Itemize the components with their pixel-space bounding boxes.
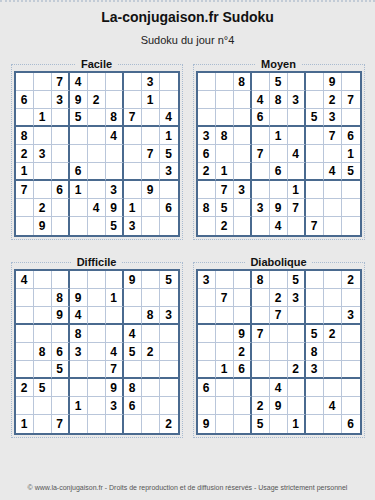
cell-diabolique-r2c6: 3	[288, 289, 306, 307]
cell-facile-r2c7	[124, 91, 142, 109]
cell-facile-r3c8	[142, 109, 160, 127]
cell-facile-r5c4	[70, 145, 88, 163]
cell-diabolique-r9c7	[306, 415, 324, 433]
cell-difficile-r8c4: 1	[70, 397, 88, 415]
cell-diabolique-r8c8: 4	[324, 397, 342, 415]
cell-facile-r3c4: 5	[70, 109, 88, 127]
cell-facile-r5c9: 5	[160, 145, 178, 163]
cell-facile-r4c2	[34, 127, 52, 145]
cell-moyen-r3c5	[270, 109, 288, 127]
cell-moyen-r2c4: 4	[252, 91, 270, 109]
cell-diabolique-r2c2: 7	[216, 289, 234, 307]
cell-diabolique-r7c7	[306, 379, 324, 397]
page-subtitle: Sudoku du jour n°4	[0, 34, 375, 46]
cell-diabolique-r9c9: 6	[342, 415, 360, 433]
cell-facile-r2c4: 9	[70, 91, 88, 109]
cell-difficile-r9c6	[106, 415, 124, 433]
cell-moyen-r3c8: 3	[324, 109, 342, 127]
cell-moyen-r6c4	[252, 163, 270, 181]
cell-difficile-r6c7	[124, 361, 142, 379]
cell-difficile-r6c5	[88, 361, 106, 379]
cell-diabolique-r5c8	[324, 343, 342, 361]
cell-difficile-r9c7	[124, 415, 142, 433]
cell-facile-r5c7	[124, 145, 142, 163]
cell-diabolique-r8c1	[198, 397, 216, 415]
cell-diabolique-r5c4	[252, 343, 270, 361]
cell-difficile-r9c3: 7	[52, 415, 70, 433]
cell-difficile-r1c6	[106, 271, 124, 289]
cell-diabolique-r1c9: 2	[342, 271, 360, 289]
cell-diabolique-r2c9	[342, 289, 360, 307]
cell-diabolique-r1c1: 3	[198, 271, 216, 289]
cell-diabolique-r7c3	[234, 379, 252, 397]
cell-diabolique-r9c6: 1	[288, 415, 306, 433]
cell-facile-r4c3	[52, 127, 70, 145]
cell-facile-r9c2: 9	[34, 217, 52, 235]
cell-moyen-r1c3: 8	[234, 73, 252, 91]
cell-difficile-r6c1	[16, 361, 34, 379]
cell-facile-r8c4	[70, 199, 88, 217]
cell-diabolique-r4c3: 9	[234, 325, 252, 343]
cell-facile-r1c6	[106, 73, 124, 91]
cell-difficile-r5c8: 2	[142, 343, 160, 361]
cell-diabolique-r1c3	[234, 271, 252, 289]
cell-moyen-r8c8	[324, 199, 342, 217]
cell-moyen-r5c9: 1	[342, 145, 360, 163]
cell-difficile-r4c5	[88, 325, 106, 343]
cell-diabolique-r7c9	[342, 379, 360, 397]
cell-difficile-r7c4	[70, 379, 88, 397]
cell-diabolique-r7c6	[288, 379, 306, 397]
cell-difficile-r6c2	[34, 361, 52, 379]
cell-diabolique-r6c4	[252, 361, 270, 379]
sudoku-block-moyen: Moyen 8594832765338176674121645731853972…	[193, 58, 365, 240]
cell-moyen-r6c9: 5	[342, 163, 360, 181]
cell-difficile-r8c6: 3	[106, 397, 124, 415]
cell-facile-r5c8: 7	[142, 145, 160, 163]
cell-difficile-r7c1: 2	[16, 379, 34, 397]
cell-moyen-r6c1: 2	[198, 163, 216, 181]
cell-facile-r6c2	[34, 163, 52, 181]
grid-title-moyen: Moyen	[256, 58, 301, 70]
cell-difficile-r8c3	[52, 397, 70, 415]
cell-difficile-r2c4: 9	[70, 289, 88, 307]
cell-moyen-r1c7	[306, 73, 324, 91]
cell-moyen-r9c1	[198, 217, 216, 235]
cell-difficile-r2c8	[142, 289, 160, 307]
cell-moyen-r7c5	[270, 181, 288, 199]
cell-difficile-r1c3	[52, 271, 70, 289]
cell-moyen-r3c6	[288, 109, 306, 127]
cell-diabolique-r2c3	[234, 289, 252, 307]
cell-diabolique-r7c5: 4	[270, 379, 288, 397]
cell-difficile-r3c9: 3	[160, 307, 178, 325]
cell-diabolique-r1c6: 5	[288, 271, 306, 289]
cell-facile-r5c6	[106, 145, 124, 163]
sudoku-board-difficile: 495891948384863452572598136172	[14, 269, 180, 435]
cell-difficile-r9c2	[34, 415, 52, 433]
cell-moyen-r3c1	[198, 109, 216, 127]
cell-diabolique-r5c5	[270, 343, 288, 361]
cell-facile-r3c1	[16, 109, 34, 127]
cell-moyen-r7c4	[252, 181, 270, 199]
cell-facile-r4c4	[70, 127, 88, 145]
cell-diabolique-r9c4: 5	[252, 415, 270, 433]
cell-moyen-r2c2	[216, 91, 234, 109]
cell-facile-r7c3: 6	[52, 181, 70, 199]
cell-diabolique-r4c9	[342, 325, 360, 343]
cell-moyen-r4c3	[234, 127, 252, 145]
cell-facile-r4c8	[142, 127, 160, 145]
cell-diabolique-r1c5	[270, 271, 288, 289]
cell-diabolique-r6c1	[198, 361, 216, 379]
cell-difficile-r5c1	[16, 343, 34, 361]
cell-diabolique-r1c4: 8	[252, 271, 270, 289]
cell-moyen-r1c2	[216, 73, 234, 91]
cell-moyen-r3c9	[342, 109, 360, 127]
cell-difficile-r3c7	[124, 307, 142, 325]
cell-moyen-r9c6	[288, 217, 306, 235]
cell-moyen-r4c5: 1	[270, 127, 288, 145]
cell-moyen-r9c5: 4	[270, 217, 288, 235]
cell-diabolique-r8c2	[216, 397, 234, 415]
cell-difficile-r4c7: 4	[124, 325, 142, 343]
cell-diabolique-r3c9: 3	[342, 307, 360, 325]
grid-title-diabolique: Diabolique	[245, 256, 311, 268]
cell-facile-r2c8: 1	[142, 91, 160, 109]
cell-difficile-r2c9	[160, 289, 178, 307]
cell-diabolique-r9c3	[234, 415, 252, 433]
cell-moyen-r2c3	[234, 91, 252, 109]
cell-facile-r3c7: 7	[124, 109, 142, 127]
cell-difficile-r6c3: 5	[52, 361, 70, 379]
cell-moyen-r2c1	[198, 91, 216, 109]
cell-diabolique-r8c5: 9	[270, 397, 288, 415]
cell-moyen-r6c2: 1	[216, 163, 234, 181]
cell-facile-r2c9	[160, 91, 178, 109]
cell-moyen-r7c3: 3	[234, 181, 252, 199]
cell-facile-r1c2	[34, 73, 52, 91]
cell-facile-r9c1	[16, 217, 34, 235]
cell-facile-r4c7	[124, 127, 142, 145]
cell-diabolique-r4c8: 2	[324, 325, 342, 343]
cell-diabolique-r3c2	[216, 307, 234, 325]
cell-diabolique-r9c5	[270, 415, 288, 433]
cell-diabolique-r5c9	[342, 343, 360, 361]
cell-diabolique-r2c7	[306, 289, 324, 307]
cell-diabolique-r6c5	[270, 361, 288, 379]
cell-moyen-r7c8	[324, 181, 342, 199]
cell-moyen-r6c6	[288, 163, 306, 181]
cell-difficile-r3c3: 9	[52, 307, 70, 325]
cell-difficile-r7c9	[160, 379, 178, 397]
cell-difficile-r4c8	[142, 325, 160, 343]
cell-diabolique-r3c8	[324, 307, 342, 325]
cell-difficile-r3c2	[34, 307, 52, 325]
cell-difficile-r7c3	[52, 379, 70, 397]
cell-moyen-r4c2: 8	[216, 127, 234, 145]
cell-moyen-r5c1: 6	[198, 145, 216, 163]
cell-facile-r6c5	[88, 163, 106, 181]
cell-difficile-r6c4	[70, 361, 88, 379]
cell-diabolique-r8c6	[288, 397, 306, 415]
cell-moyen-r8c9	[342, 199, 360, 217]
cell-difficile-r5c5	[88, 343, 106, 361]
cell-diabolique-r5c3: 2	[234, 343, 252, 361]
cell-facile-r7c5	[88, 181, 106, 199]
cell-diabolique-r7c8	[324, 379, 342, 397]
cell-moyen-r8c1: 8	[198, 199, 216, 217]
cell-difficile-r3c6	[106, 307, 124, 325]
cell-facile-r6c9: 3	[160, 163, 178, 181]
cell-diabolique-r4c7: 5	[306, 325, 324, 343]
cell-moyen-r2c7	[306, 91, 324, 109]
grid-title-facile: Facile	[76, 58, 117, 70]
cell-difficile-r8c5	[88, 397, 106, 415]
cell-facile-r7c7	[124, 181, 142, 199]
sudoku-block-difficile: Difficile 495891948384863452572598136172	[11, 256, 183, 438]
footer-copyright: © www.la-conjugaison.fr - Droits de repr…	[0, 484, 375, 500]
cell-facile-r8c7: 1	[124, 199, 142, 217]
cell-facile-r7c2	[34, 181, 52, 199]
cell-difficile-r5c6: 4	[106, 343, 124, 361]
cell-facile-r3c6: 8	[106, 109, 124, 127]
cell-difficile-r4c9	[160, 325, 178, 343]
cell-diabolique-r8c9	[342, 397, 360, 415]
cell-moyen-r7c7	[306, 181, 324, 199]
cell-moyen-r8c2: 5	[216, 199, 234, 217]
cell-diabolique-r5c7: 8	[306, 343, 324, 361]
cell-moyen-r7c2: 7	[216, 181, 234, 199]
cell-diabolique-r4c2	[216, 325, 234, 343]
cell-difficile-r1c8	[142, 271, 160, 289]
cell-diabolique-r4c4: 7	[252, 325, 270, 343]
cell-diabolique-r4c5	[270, 325, 288, 343]
cell-difficile-r1c5	[88, 271, 106, 289]
cell-facile-r9c9	[160, 217, 178, 235]
cell-difficile-r5c3: 6	[52, 343, 70, 361]
cell-diabolique-r3c3	[234, 307, 252, 325]
cell-facile-r4c9: 1	[160, 127, 178, 145]
cell-difficile-r4c2	[34, 325, 52, 343]
sudoku-board-moyen: 859483276533817667412164573185397247	[196, 71, 362, 237]
cell-facile-r3c5	[88, 109, 106, 127]
cell-difficile-r3c4: 4	[70, 307, 88, 325]
cell-moyen-r2c6: 3	[288, 91, 306, 109]
cell-difficile-r7c2: 5	[34, 379, 52, 397]
cell-facile-r2c2	[34, 91, 52, 109]
cell-moyen-r4c9: 6	[342, 127, 360, 145]
grid-title-difficile: Difficile	[72, 256, 122, 268]
cell-facile-r7c8: 9	[142, 181, 160, 199]
cell-facile-r9c8	[142, 217, 160, 235]
cell-moyen-r3c4: 6	[252, 109, 270, 127]
cell-diabolique-r5c1	[198, 343, 216, 361]
cell-moyen-r8c6: 7	[288, 199, 306, 217]
cell-difficile-r5c2: 8	[34, 343, 52, 361]
cell-difficile-r7c5	[88, 379, 106, 397]
sudoku-block-diabolique: Diabolique 3852723739752281623642949516	[193, 256, 365, 438]
cell-diabolique-r6c8	[324, 361, 342, 379]
cell-moyen-r8c7	[306, 199, 324, 217]
cell-facile-r1c3: 7	[52, 73, 70, 91]
cell-facile-r6c6	[106, 163, 124, 181]
cell-diabolique-r1c7	[306, 271, 324, 289]
cell-difficile-r9c5	[88, 415, 106, 433]
cell-facile-r7c1: 7	[16, 181, 34, 199]
cell-facile-r8c5: 4	[88, 199, 106, 217]
cell-difficile-r1c4	[70, 271, 88, 289]
cell-difficile-r9c8	[142, 415, 160, 433]
cell-facile-r7c9	[160, 181, 178, 199]
cell-moyen-r3c3	[234, 109, 252, 127]
cell-difficile-r6c9	[160, 361, 178, 379]
cell-moyen-r5c6: 4	[288, 145, 306, 163]
cell-diabolique-r2c4	[252, 289, 270, 307]
cell-facile-r1c1	[16, 73, 34, 91]
page: La-conjugaison.fr Sudoku Sudoku du jour …	[0, 0, 375, 500]
cell-diabolique-r6c6: 2	[288, 361, 306, 379]
cell-moyen-r9c7: 7	[306, 217, 324, 235]
cell-difficile-r2c7	[124, 289, 142, 307]
cell-moyen-r8c4: 3	[252, 199, 270, 217]
sudoku-board-facile: 743639211587484123751637613924916953	[14, 71, 180, 237]
cell-facile-r5c3	[52, 145, 70, 163]
cell-difficile-r7c7: 8	[124, 379, 142, 397]
cell-facile-r8c1	[16, 199, 34, 217]
sudoku-block-facile: Facile 743639211587484123751637613924916…	[11, 58, 183, 240]
cell-difficile-r8c7: 6	[124, 397, 142, 415]
cell-diabolique-r8c7	[306, 397, 324, 415]
cell-difficile-r4c3	[52, 325, 70, 343]
cell-difficile-r8c8	[142, 397, 160, 415]
cell-difficile-r7c6: 9	[106, 379, 124, 397]
cell-difficile-r6c8	[142, 361, 160, 379]
cell-moyen-r9c3	[234, 217, 252, 235]
cell-facile-r1c8: 3	[142, 73, 160, 91]
cell-diabolique-r9c2	[216, 415, 234, 433]
cell-moyen-r2c8: 2	[324, 91, 342, 109]
cell-difficile-r1c7: 9	[124, 271, 142, 289]
cell-moyen-r4c7	[306, 127, 324, 145]
cell-difficile-r2c5	[88, 289, 106, 307]
cell-moyen-r5c8	[324, 145, 342, 163]
cell-diabolique-r2c8	[324, 289, 342, 307]
cell-facile-r9c4	[70, 217, 88, 235]
cell-diabolique-r2c5: 2	[270, 289, 288, 307]
cell-facile-r6c3	[52, 163, 70, 181]
cell-facile-r9c6: 5	[106, 217, 124, 235]
cell-facile-r2c3: 3	[52, 91, 70, 109]
cell-facile-r8c8	[142, 199, 160, 217]
cell-difficile-r2c2	[34, 289, 52, 307]
cell-facile-r3c9: 4	[160, 109, 178, 127]
cell-difficile-r1c2	[34, 271, 52, 289]
cell-diabolique-r1c8	[324, 271, 342, 289]
cell-diabolique-r6c2: 1	[216, 361, 234, 379]
cell-moyen-r6c5: 6	[270, 163, 288, 181]
cell-facile-r3c2: 1	[34, 109, 52, 127]
cell-facile-r1c9	[160, 73, 178, 91]
cell-facile-r2c1: 6	[16, 91, 34, 109]
cell-difficile-r9c4	[70, 415, 88, 433]
cell-moyen-r9c9	[342, 217, 360, 235]
cell-moyen-r9c2: 2	[216, 217, 234, 235]
cell-moyen-r5c3	[234, 145, 252, 163]
cell-facile-r5c5	[88, 145, 106, 163]
cell-moyen-r2c9: 7	[342, 91, 360, 109]
cell-moyen-r4c6	[288, 127, 306, 145]
cell-facile-r8c3	[52, 199, 70, 217]
cell-moyen-r5c5	[270, 145, 288, 163]
cell-diabolique-r4c1	[198, 325, 216, 343]
cell-facile-r6c1: 1	[16, 163, 34, 181]
cell-moyen-r2c5: 8	[270, 91, 288, 109]
cell-facile-r4c6: 4	[106, 127, 124, 145]
cell-difficile-r9c9: 2	[160, 415, 178, 433]
cell-diabolique-r2c1	[198, 289, 216, 307]
cell-moyen-r9c4	[252, 217, 270, 235]
cell-diabolique-r7c1: 6	[198, 379, 216, 397]
cell-difficile-r8c2	[34, 397, 52, 415]
cell-difficile-r4c6	[106, 325, 124, 343]
cell-moyen-r9c8	[324, 217, 342, 235]
cell-facile-r4c5	[88, 127, 106, 145]
cell-difficile-r2c1	[16, 289, 34, 307]
cell-difficile-r6c6: 7	[106, 361, 124, 379]
cell-moyen-r3c7: 5	[306, 109, 324, 127]
cell-facile-r9c3	[52, 217, 70, 235]
cell-facile-r1c5	[88, 73, 106, 91]
cell-diabolique-r5c2	[216, 343, 234, 361]
cell-facile-r7c4: 1	[70, 181, 88, 199]
cell-facile-r5c1: 2	[16, 145, 34, 163]
sudoku-quadrants: Facile 743639211587484123751637613924916…	[0, 58, 375, 438]
cell-moyen-r1c9	[342, 73, 360, 91]
cell-moyen-r7c1	[198, 181, 216, 199]
cell-moyen-r4c8: 7	[324, 127, 342, 145]
cell-facile-r8c2: 2	[34, 199, 52, 217]
cell-facile-r4c1: 8	[16, 127, 34, 145]
cell-diabolique-r6c3: 6	[234, 361, 252, 379]
cell-difficile-r8c9	[160, 397, 178, 415]
cell-moyen-r1c5: 5	[270, 73, 288, 91]
cell-facile-r5c2: 3	[34, 145, 52, 163]
cell-diabolique-r7c4	[252, 379, 270, 397]
cell-difficile-r2c3: 8	[52, 289, 70, 307]
cell-difficile-r1c9: 5	[160, 271, 178, 289]
cell-facile-r7c6: 3	[106, 181, 124, 199]
cell-moyen-r7c9	[342, 181, 360, 199]
cell-diabolique-r9c1: 9	[198, 415, 216, 433]
cell-diabolique-r6c9	[342, 361, 360, 379]
cell-moyen-r1c6	[288, 73, 306, 91]
cell-moyen-r6c7	[306, 163, 324, 181]
sudoku-board-diabolique: 3852723739752281623642949516	[196, 269, 362, 435]
cell-facile-r1c4: 4	[70, 73, 88, 91]
cell-diabolique-r8c4: 2	[252, 397, 270, 415]
cell-facile-r8c9: 6	[160, 199, 178, 217]
cell-difficile-r1c1: 4	[16, 271, 34, 289]
cell-diabolique-r4c6	[288, 325, 306, 343]
cell-facile-r6c7	[124, 163, 142, 181]
cell-diabolique-r3c5: 7	[270, 307, 288, 325]
cell-difficile-r9c1: 1	[16, 415, 34, 433]
cell-moyen-r1c4	[252, 73, 270, 91]
cell-difficile-r4c1	[16, 325, 34, 343]
cell-difficile-r4c4: 8	[70, 325, 88, 343]
cell-difficile-r3c8: 8	[142, 307, 160, 325]
